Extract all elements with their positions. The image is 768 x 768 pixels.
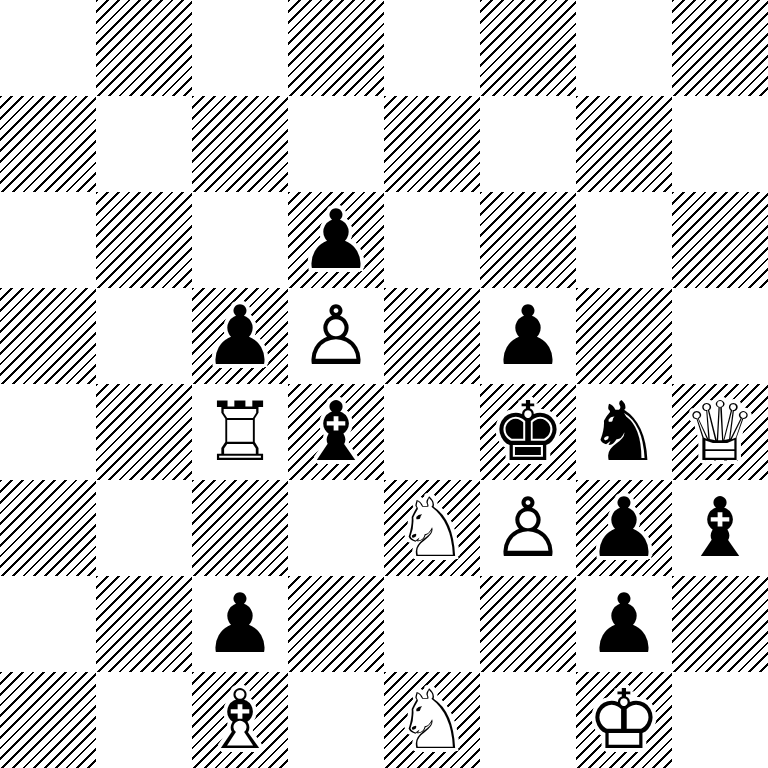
- square-h5[interactable]: [672, 288, 768, 384]
- square-h8[interactable]: [672, 0, 768, 96]
- square-e2[interactable]: [384, 576, 480, 672]
- black-king-icon: ♚: [480, 384, 576, 480]
- white-knight-icon: ♘: [384, 672, 480, 768]
- square-c5[interactable]: ♟♟: [192, 288, 288, 384]
- square-d3[interactable]: [288, 480, 384, 576]
- square-c4[interactable]: ♜♖: [192, 384, 288, 480]
- square-a8[interactable]: [0, 0, 96, 96]
- square-e4[interactable]: [384, 384, 480, 480]
- square-d6[interactable]: ♟♟: [288, 192, 384, 288]
- square-a1[interactable]: [0, 672, 96, 768]
- square-b5[interactable]: [96, 288, 192, 384]
- piece-white-knight[interactable]: ♞♘: [384, 672, 480, 768]
- square-d7[interactable]: [288, 96, 384, 192]
- square-a3[interactable]: [0, 480, 96, 576]
- piece-black-pawn[interactable]: ♟♟: [192, 576, 288, 672]
- piece-white-pawn[interactable]: ♟♙: [480, 480, 576, 576]
- piece-black-pawn[interactable]: ♟♟: [576, 480, 672, 576]
- square-f8[interactable]: [480, 0, 576, 96]
- piece-black-bishop[interactable]: ♝♝: [672, 480, 768, 576]
- square-h1[interactable]: [672, 672, 768, 768]
- square-b2[interactable]: [96, 576, 192, 672]
- square-d8[interactable]: [288, 0, 384, 96]
- square-g6[interactable]: [576, 192, 672, 288]
- white-knight-icon: ♘: [384, 480, 480, 576]
- square-f1[interactable]: [480, 672, 576, 768]
- piece-black-pawn[interactable]: ♟♟: [576, 576, 672, 672]
- square-c7[interactable]: [192, 96, 288, 192]
- black-pawn-icon: ♟: [480, 288, 576, 384]
- square-f5[interactable]: ♟♟: [480, 288, 576, 384]
- square-g2[interactable]: ♟♟: [576, 576, 672, 672]
- square-g5[interactable]: [576, 288, 672, 384]
- square-d2[interactable]: [288, 576, 384, 672]
- piece-black-pawn[interactable]: ♟♟: [288, 192, 384, 288]
- black-pawn-icon: ♟: [192, 288, 288, 384]
- white-bishop-icon: ♗: [192, 672, 288, 768]
- square-f6[interactable]: [480, 192, 576, 288]
- white-rook-icon: ♖: [192, 384, 288, 480]
- square-e5[interactable]: [384, 288, 480, 384]
- black-bishop-icon: ♝: [288, 384, 384, 480]
- square-g8[interactable]: [576, 0, 672, 96]
- square-e8[interactable]: [384, 0, 480, 96]
- square-h6[interactable]: [672, 192, 768, 288]
- square-c1[interactable]: ♝♗: [192, 672, 288, 768]
- square-e7[interactable]: [384, 96, 480, 192]
- piece-black-bishop[interactable]: ♝♝: [288, 384, 384, 480]
- square-b3[interactable]: [96, 480, 192, 576]
- square-e1[interactable]: ♞♘: [384, 672, 480, 768]
- white-pawn-icon: ♙: [480, 480, 576, 576]
- piece-white-pawn[interactable]: ♟♙: [288, 288, 384, 384]
- square-g1[interactable]: ♚♔: [576, 672, 672, 768]
- square-c2[interactable]: ♟♟: [192, 576, 288, 672]
- chess-board: ♟♟♟♟♟♙♟♟♜♖♝♝♚♚♞♞♛♕♞♘♟♙♟♟♝♝♟♟♟♟♝♗♞♘♚♔: [0, 0, 768, 768]
- square-a5[interactable]: [0, 288, 96, 384]
- square-b7[interactable]: [96, 96, 192, 192]
- piece-white-knight[interactable]: ♞♘: [384, 480, 480, 576]
- square-c3[interactable]: [192, 480, 288, 576]
- square-f4[interactable]: ♚♚: [480, 384, 576, 480]
- square-a7[interactable]: [0, 96, 96, 192]
- black-pawn-icon: ♟: [576, 576, 672, 672]
- square-a2[interactable]: [0, 576, 96, 672]
- piece-black-king[interactable]: ♚♚: [480, 384, 576, 480]
- square-b4[interactable]: [96, 384, 192, 480]
- square-b1[interactable]: [96, 672, 192, 768]
- square-c6[interactable]: [192, 192, 288, 288]
- piece-black-knight[interactable]: ♞♞: [576, 384, 672, 480]
- piece-white-rook[interactable]: ♜♖: [192, 384, 288, 480]
- black-pawn-icon: ♟: [288, 192, 384, 288]
- square-h2[interactable]: [672, 576, 768, 672]
- square-h7[interactable]: [672, 96, 768, 192]
- square-e6[interactable]: [384, 192, 480, 288]
- square-h3[interactable]: ♝♝: [672, 480, 768, 576]
- square-e3[interactable]: ♞♘: [384, 480, 480, 576]
- black-bishop-icon: ♝: [672, 480, 768, 576]
- black-pawn-icon: ♟: [576, 480, 672, 576]
- square-f2[interactable]: [480, 576, 576, 672]
- square-b8[interactable]: [96, 0, 192, 96]
- square-f3[interactable]: ♟♙: [480, 480, 576, 576]
- square-a6[interactable]: [0, 192, 96, 288]
- square-a4[interactable]: [0, 384, 96, 480]
- square-g3[interactable]: ♟♟: [576, 480, 672, 576]
- square-d4[interactable]: ♝♝: [288, 384, 384, 480]
- black-knight-icon: ♞: [576, 384, 672, 480]
- piece-white-king[interactable]: ♚♔: [576, 672, 672, 768]
- square-f7[interactable]: [480, 96, 576, 192]
- white-king-icon: ♔: [576, 672, 672, 768]
- piece-white-queen[interactable]: ♛♕: [672, 384, 768, 480]
- square-b6[interactable]: [96, 192, 192, 288]
- black-pawn-icon: ♟: [192, 576, 288, 672]
- square-g4[interactable]: ♞♞: [576, 384, 672, 480]
- piece-black-pawn[interactable]: ♟♟: [480, 288, 576, 384]
- square-d1[interactable]: [288, 672, 384, 768]
- white-pawn-icon: ♙: [288, 288, 384, 384]
- square-g7[interactable]: [576, 96, 672, 192]
- piece-black-pawn[interactable]: ♟♟: [192, 288, 288, 384]
- white-queen-icon: ♕: [672, 384, 768, 480]
- square-d5[interactable]: ♟♙: [288, 288, 384, 384]
- piece-white-bishop[interactable]: ♝♗: [192, 672, 288, 768]
- square-h4[interactable]: ♛♕: [672, 384, 768, 480]
- square-c8[interactable]: [192, 0, 288, 96]
